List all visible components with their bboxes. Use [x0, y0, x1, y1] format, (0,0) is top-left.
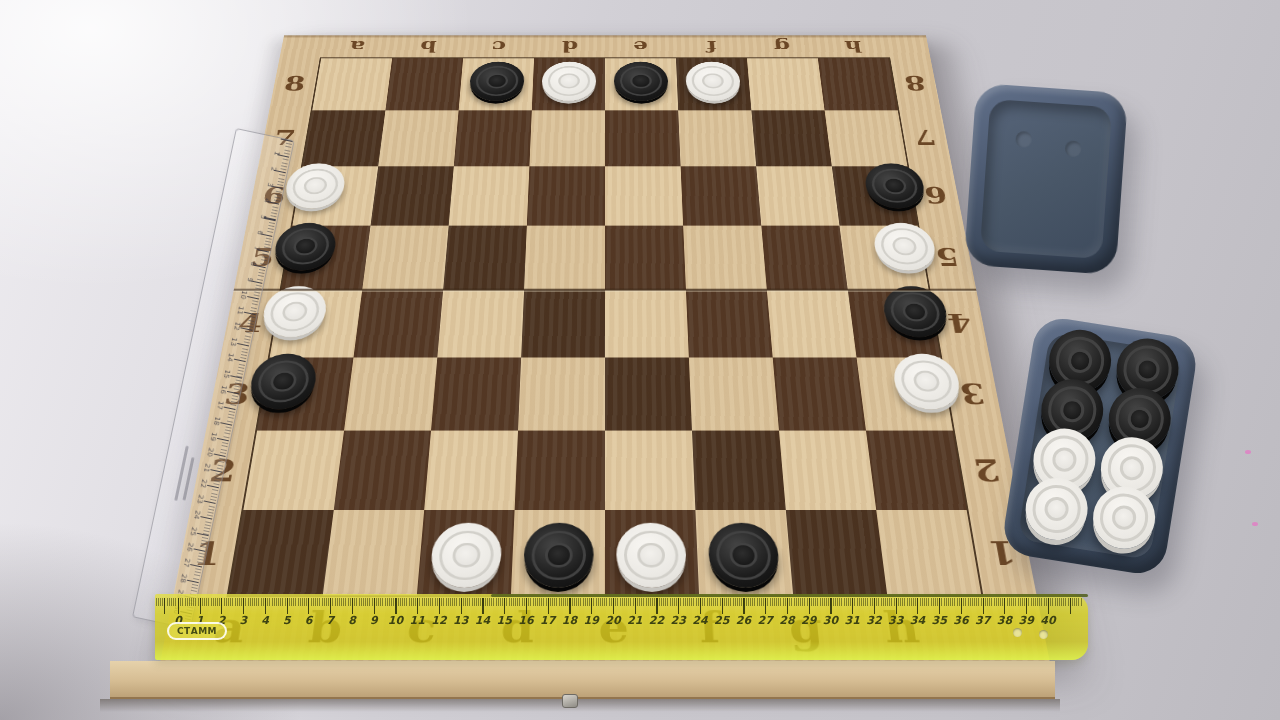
ruler-cm-number-30: 30 [823, 614, 838, 627]
ruler-cm-number-35: 35 [932, 614, 947, 627]
file-label-top-g: g [746, 35, 819, 57]
ruler-cm-number-3: 3 [239, 614, 247, 627]
piece-black-f1[interactable] [707, 523, 781, 588]
ruler-cm-number-26: 26 [736, 614, 751, 627]
tray-mold-bump [1015, 131, 1032, 148]
ruler-cm-number-5: 5 [283, 614, 291, 627]
piece-white-c1[interactable] [429, 523, 503, 588]
clear-ruler-cm-number-16: 16 [219, 384, 228, 394]
ruler-brand-logo: СТАММ [167, 622, 227, 640]
ruler-cm-number-38: 38 [997, 614, 1012, 627]
cell-e8 [605, 58, 678, 110]
file-label-top-c: c [462, 35, 534, 57]
empty-piece-tray [964, 83, 1128, 275]
tray-pieces [1014, 328, 1186, 563]
ruler-cm-number-33: 33 [888, 614, 903, 627]
file-label-top-b: b [391, 35, 464, 57]
clear-ruler-cm-number-11: 11 [235, 305, 244, 315]
tray-floor [980, 99, 1112, 259]
ruler-cm-number-24: 24 [692, 614, 707, 627]
clear-ruler-cm-number-25: 25 [188, 526, 197, 536]
clear-ruler-cm-number-1: 1 [271, 150, 279, 156]
ruler-cm-number-32: 32 [866, 614, 881, 627]
ruler-cm-number-39: 39 [1019, 614, 1034, 627]
piece-white-f8[interactable] [685, 61, 742, 101]
clear-ruler-cm-number-7: 7 [251, 245, 259, 251]
yellow-ruler: 0123456789101112131415161718192021222324… [155, 594, 1088, 660]
piece-black-e8[interactable] [614, 61, 670, 101]
file-label-top-h: h [816, 35, 890, 57]
clear-ruler-cm-number-4: 4 [261, 198, 269, 204]
cell-h5 [839, 226, 928, 290]
clear-ruler-cm-number-28: 28 [178, 573, 187, 583]
cell-d8 [532, 58, 605, 110]
clear-ruler-cm-number-22: 22 [199, 478, 208, 488]
clear-ruler-cm-number-23: 23 [195, 494, 204, 504]
cell-a5 [281, 226, 370, 290]
clear-ruler-cm-number-3: 3 [265, 182, 273, 188]
checkers-board: aabbccddeeffgghh8877665544332211 [160, 35, 1050, 663]
ruler-cm-number-18: 18 [562, 614, 577, 627]
clear-ruler-cm-number-13: 13 [229, 337, 238, 347]
clear-ruler-cm-number-12: 12 [232, 321, 241, 331]
ruler-cm-number-37: 37 [975, 614, 990, 627]
cell-f1 [695, 510, 793, 596]
ruler-cm-number-13: 13 [453, 614, 468, 627]
ruler-cm-number-6: 6 [305, 614, 313, 627]
ruler-hole [1039, 630, 1048, 639]
cell-a6 [292, 166, 378, 225]
clear-ruler-cm-number-20: 20 [205, 447, 214, 457]
tray-mold-bump [1065, 140, 1082, 157]
ruler-cm-ticks [155, 598, 1082, 614]
ruler-cm-number-28: 28 [779, 614, 794, 627]
cell-c8 [459, 58, 534, 110]
cell-f8 [676, 58, 751, 110]
cell-h3 [857, 357, 953, 430]
piece-black-c8[interactable] [468, 61, 525, 101]
ruler-cm-number-23: 23 [671, 614, 686, 627]
cell-e1 [605, 510, 699, 596]
board-playing-area [226, 57, 983, 597]
ruler-cm-number-7: 7 [326, 614, 334, 627]
piece-black-d1[interactable] [522, 523, 594, 588]
piece-tray-with-checkers [1000, 315, 1200, 578]
clear-ruler-cm-number-18: 18 [212, 415, 221, 425]
ruler-cm-number-21: 21 [627, 614, 642, 627]
clear-ruler-cm-number-6: 6 [255, 229, 263, 235]
ruler-cm-number-34: 34 [910, 614, 925, 627]
clear-ruler-cm-number-8: 8 [248, 261, 256, 267]
piece-groove [638, 543, 665, 568]
piece-white-d8[interactable] [541, 61, 597, 101]
ruler-cm-number-14: 14 [475, 614, 490, 627]
board-fold-seam [233, 288, 976, 292]
clear-ruler-cm-number-19: 19 [209, 431, 218, 441]
desk-pink-mark [1245, 450, 1251, 454]
clear-ruler-cm-number-21: 21 [202, 463, 211, 473]
piece-groove [702, 73, 724, 88]
ruler-cm-number-31: 31 [845, 614, 860, 627]
clear-ruler-cm-number-14: 14 [225, 352, 234, 362]
file-label-top-d: d [534, 35, 605, 57]
ruler-cm-number-19: 19 [584, 614, 599, 627]
ruler-cm-number-16: 16 [518, 614, 533, 627]
clear-ruler-cm-number-15: 15 [222, 368, 231, 378]
piece-groove [630, 73, 651, 88]
ruler-cm-number-25: 25 [714, 614, 729, 627]
ruler-cm-number-8: 8 [348, 614, 356, 627]
ruler-hole [1013, 628, 1022, 637]
ruler-cm-number-22: 22 [649, 614, 664, 627]
clear-ruler-cm-number-9: 9 [245, 276, 253, 282]
ruler-cm-number-27: 27 [758, 614, 773, 627]
board-clasp [562, 694, 578, 708]
cell-a3 [257, 357, 353, 430]
cell-h4 [848, 289, 941, 357]
ruler-top-edge [491, 594, 1088, 597]
board-shadow [100, 699, 1060, 712]
ruler-cm-number-20: 20 [605, 614, 620, 627]
clear-ruler-cm-number-27: 27 [182, 557, 191, 567]
piece-groove [545, 543, 572, 568]
pieces-layer [229, 58, 982, 595]
ruler-cm-number-40: 40 [1040, 614, 1055, 627]
clear-ruler-cm-number-26: 26 [185, 541, 194, 551]
ruler-cm-number-4: 4 [261, 614, 269, 627]
ruler-cm-number-9: 9 [370, 614, 378, 627]
file-label-top-a: a [320, 35, 394, 57]
clear-ruler-cm-number-24: 24 [192, 510, 201, 520]
file-label-top-f: f [675, 35, 747, 57]
photo-scene: aabbccddeeffgghh8877665544332211 1234567… [0, 0, 1280, 720]
cell-h6 [832, 166, 918, 225]
clear-ruler-cm-number-5: 5 [258, 213, 266, 219]
ruler-cm-number-36: 36 [953, 614, 968, 627]
cell-a4 [270, 289, 363, 357]
board-front-edge [110, 661, 1055, 699]
ruler-cm-number-12: 12 [431, 614, 446, 627]
file-label-top-e: e [605, 35, 676, 57]
clear-ruler-cm-number-17: 17 [215, 400, 224, 410]
ruler-cm-number-11: 11 [410, 614, 425, 627]
clear-ruler-cm-number-2: 2 [268, 166, 276, 172]
cell-c1 [417, 510, 515, 596]
ruler-cm-number-29: 29 [801, 614, 816, 627]
clear-ruler-cm-number-10: 10 [239, 290, 248, 300]
cell-d1 [511, 510, 605, 596]
piece-white-e1[interactable] [616, 523, 688, 588]
piece-groove [558, 73, 579, 88]
ruler-cm-number-17: 17 [540, 614, 555, 627]
ruler-cm-number-15: 15 [497, 614, 512, 627]
ruler-cm-number-10: 10 [388, 614, 403, 627]
desk-pink-mark [1252, 522, 1258, 526]
